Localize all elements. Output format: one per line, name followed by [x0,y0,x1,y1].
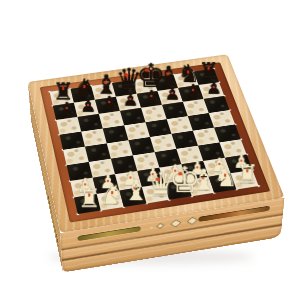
black-pawn[interactable]: ♟ [77,97,99,115]
square-a1[interactable]: ♜ [74,193,101,213]
product-photo: ♜♞♝♛♚♝♞♜♟♟♟♟♟♟♟♟♟♟♟♟♟♟♟♟♜♞♝♛♚♝♞♜ [0,0,300,300]
black-pawn[interactable]: ♟ [120,91,141,109]
black-pawn[interactable]: ♟ [98,94,120,112]
chess-box: ♜♞♝♛♚♝♞♜♟♟♟♟♟♟♟♟♟♟♟♟♟♟♟♟♜♞♝♛♚♝♞♜ [28,54,285,233]
square-a7[interactable]: ♟ [53,102,78,119]
black-pawn[interactable]: ♟ [203,79,224,96]
square-b7[interactable]: ♟ [74,99,99,116]
scene: ♜♞♝♛♚♝♞♜♟♟♟♟♟♟♟♟♟♟♟♟♟♟♟♟♜♞♝♛♚♝♞♜ [0,0,300,300]
white-queen[interactable]: ♛ [146,168,169,201]
white-rook[interactable]: ♜ [78,185,101,210]
front-inlay-diamond [186,216,198,224]
board-border: ♜♞♝♛♚♝♞♜♟♟♟♟♟♟♟♟♟♟♟♟♟♟♟♟♜♞♝♛♚♝♞♜ [40,62,271,222]
white-knight[interactable]: ♞ [214,163,237,190]
front-inlay-diamond [170,219,182,227]
front-inlay-diamond [156,222,165,228]
square-h4[interactable] [214,124,241,142]
white-rook[interactable]: ♜ [236,161,259,186]
black-pawn[interactable]: ♟ [56,100,78,118]
white-knight[interactable]: ♞ [101,180,124,208]
black-pawn[interactable]: ♟ [141,88,162,106]
square-e5[interactable] [145,119,171,137]
front-inlay-dot-left [150,226,153,229]
square-a4[interactable] [63,146,89,165]
front-inlay-strip-left [78,226,141,241]
square-b4[interactable] [85,143,111,162]
black-pawn[interactable]: ♟ [182,82,203,99]
board-grid: ♜♞♝♛♚♝♞♜♟♟♟♟♟♟♟♟♟♟♟♟♟♟♟♟♜♞♝♛♚♝♞♜ [50,68,259,213]
white-bishop[interactable]: ♝ [123,175,146,204]
black-pawn[interactable]: ♟ [162,85,183,102]
